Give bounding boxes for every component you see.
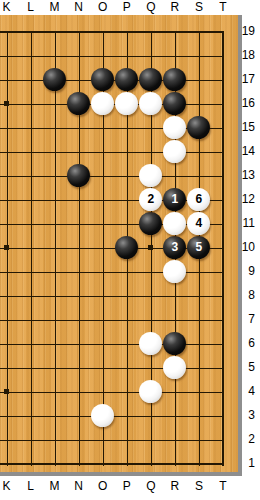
- column-label-bottom-S: S: [189, 479, 209, 494]
- grid-line-h-2: [0, 440, 224, 441]
- grid-line-h-5: [0, 368, 224, 369]
- move-number-3: 3: [172, 236, 179, 259]
- column-label-top-O: O: [93, 0, 113, 15]
- row-label-6: 6: [240, 336, 255, 351]
- column-label-bottom-K: K: [0, 479, 17, 494]
- row-label-15: 15: [240, 120, 255, 135]
- column-label-top-N: N: [69, 0, 89, 15]
- row-label-12: 12: [240, 192, 255, 207]
- board-shadow-bottom: [0, 472, 242, 476]
- stone-black-R10[interactable]: 3: [163, 236, 186, 259]
- row-label-18: 18: [240, 48, 255, 63]
- grid-line-h-14: [0, 152, 224, 153]
- column-label-bottom-Q: Q: [141, 479, 161, 494]
- row-label-3: 3: [240, 408, 255, 423]
- grid-line-h-1: [0, 463, 224, 465]
- column-label-top-L: L: [21, 0, 41, 15]
- row-label-2: 2: [240, 432, 255, 447]
- column-label-bottom-P: P: [117, 479, 137, 494]
- row-label-13: 13: [240, 168, 255, 183]
- column-label-top-P: P: [117, 0, 137, 15]
- column-label-top-Q: Q: [141, 0, 161, 15]
- move-number-4: 4: [196, 212, 203, 235]
- stone-white-Q4[interactable]: [139, 380, 162, 403]
- column-label-top-R: R: [165, 0, 185, 15]
- stone-white-Q16[interactable]: [139, 92, 162, 115]
- move-number-1: 1: [172, 188, 179, 211]
- stone-white-S11[interactable]: 4: [187, 212, 210, 235]
- stone-white-O16[interactable]: [91, 92, 114, 115]
- move-number-5: 5: [196, 236, 203, 259]
- row-label-4: 4: [240, 384, 255, 399]
- stone-black-Q11[interactable]: [139, 212, 162, 235]
- column-label-bottom-O: O: [93, 479, 113, 494]
- stone-black-S10[interactable]: 5: [187, 236, 210, 259]
- row-label-14: 14: [240, 144, 255, 159]
- stone-white-P16[interactable]: [115, 92, 138, 115]
- grid-line-h-13: [0, 176, 224, 177]
- stone-white-R9[interactable]: [163, 260, 186, 283]
- row-label-11: 11: [240, 216, 255, 231]
- column-label-bottom-L: L: [21, 479, 41, 494]
- star-point-K10: [4, 245, 9, 250]
- move-number-6: 6: [196, 188, 203, 211]
- grid-line-h-9: [0, 272, 224, 273]
- go-diagram: KLMNOPQRST 135264 1918171615141312111098…: [0, 0, 260, 500]
- row-label-19: 19: [240, 24, 255, 39]
- stone-black-P17[interactable]: [115, 68, 138, 91]
- row-label-10: 10: [240, 240, 255, 255]
- column-label-bottom-T: T: [213, 479, 233, 494]
- grid-line-h-18: [0, 56, 224, 57]
- stone-white-R14[interactable]: [163, 140, 186, 163]
- stone-black-Q17[interactable]: [139, 68, 162, 91]
- grid-line-h-4: [0, 392, 224, 393]
- stone-black-R6[interactable]: [163, 332, 186, 355]
- grid-line-h-6: [0, 344, 224, 345]
- stone-white-R11[interactable]: [163, 212, 186, 235]
- stone-black-N16[interactable]: [67, 92, 90, 115]
- stone-white-Q13[interactable]: [139, 164, 162, 187]
- grid-line-h-7: [0, 320, 224, 321]
- star-point-K4: [4, 389, 9, 394]
- stone-black-S15[interactable]: [187, 116, 210, 139]
- column-label-top-M: M: [45, 0, 65, 15]
- stone-white-S12[interactable]: 6: [187, 188, 210, 211]
- stone-white-Q12[interactable]: 2: [139, 188, 162, 211]
- stone-black-P10[interactable]: [115, 236, 138, 259]
- stone-black-R12[interactable]: 1: [163, 188, 186, 211]
- stone-white-Q6[interactable]: [139, 332, 162, 355]
- stone-white-R15[interactable]: [163, 116, 186, 139]
- row-label-5: 5: [240, 360, 255, 375]
- star-point-Q10: [148, 245, 153, 250]
- column-label-top-S: S: [189, 0, 209, 15]
- grid-line-v-L: [31, 32, 32, 466]
- column-label-bottom-M: M: [45, 479, 65, 494]
- row-label-9: 9: [240, 264, 255, 279]
- go-board[interactable]: 135264: [0, 15, 238, 472]
- move-number-2: 2: [147, 188, 154, 211]
- stone-black-R17[interactable]: [163, 68, 186, 91]
- grid-line-h-8: [0, 296, 224, 297]
- stone-white-R5[interactable]: [163, 356, 186, 379]
- column-label-top-T: T: [213, 0, 233, 15]
- row-label-8: 8: [240, 288, 255, 303]
- row-label-7: 7: [240, 312, 255, 327]
- stone-black-M17[interactable]: [43, 68, 66, 91]
- stone-white-O3[interactable]: [91, 404, 114, 427]
- row-label-16: 16: [240, 96, 255, 111]
- grid-line-h-19: [0, 31, 224, 33]
- stone-black-R16[interactable]: [163, 92, 186, 115]
- grid-line-v-T: [222, 32, 224, 466]
- grid-line-v-M: [55, 32, 56, 466]
- column-label-bottom-N: N: [69, 479, 89, 494]
- stone-black-N13[interactable]: [67, 164, 90, 187]
- stone-black-O17[interactable]: [91, 68, 114, 91]
- star-point-K16: [4, 101, 9, 106]
- column-label-top-K: K: [0, 0, 17, 15]
- column-label-bottom-R: R: [165, 479, 185, 494]
- row-label-17: 17: [240, 72, 255, 87]
- row-label-1: 1: [240, 456, 255, 471]
